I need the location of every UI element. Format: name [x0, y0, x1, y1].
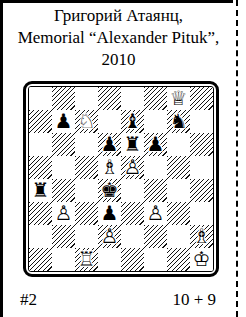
square-d7 — [98, 110, 121, 133]
square-g4 — [167, 179, 190, 202]
cell-right-dashed-border — [236, 0, 238, 317]
white-queen-g8: ♛♕ — [167, 87, 190, 110]
square-g1 — [167, 248, 190, 271]
black-knight-g7: ♞ — [167, 110, 190, 133]
square-b3: ♟♙ — [52, 202, 75, 225]
title-author: Григорий Атаянц, — [3, 5, 234, 27]
chessboard: ♛♕♟♞♘♝♞♟♜♟♝♗♟♙♜♚♟♙♟♟♙♟♙♝♗♜♖♚♔ — [29, 87, 213, 271]
square-c3 — [75, 202, 98, 225]
square-a5 — [29, 156, 52, 179]
white-king-h1: ♚♔ — [190, 248, 213, 271]
square-f1 — [144, 248, 167, 271]
square-a3 — [29, 202, 52, 225]
black-pawn-b7: ♟ — [52, 110, 75, 133]
problem-diagram-page: Григорий Атаянц, Memorial “Alexander Pit… — [0, 0, 246, 317]
square-b5 — [52, 156, 75, 179]
black-bishop-e7: ♝ — [121, 110, 144, 133]
square-c5 — [75, 156, 98, 179]
square-h7 — [190, 110, 213, 133]
square-c7: ♞♘ — [75, 110, 98, 133]
black-rook-a4: ♜ — [29, 179, 52, 202]
square-d2: ♟♙ — [98, 225, 121, 248]
square-b2 — [52, 225, 75, 248]
square-f4 — [144, 179, 167, 202]
square-f2 — [144, 225, 167, 248]
square-b1 — [52, 248, 75, 271]
stipulation-label: #2 — [20, 290, 37, 310]
black-pawn-d3: ♟ — [98, 202, 121, 225]
square-g7: ♞ — [167, 110, 190, 133]
material-count-label: 10 + 9 — [118, 290, 216, 310]
square-f7 — [144, 110, 167, 133]
square-g8: ♛♕ — [167, 87, 190, 110]
square-a6 — [29, 133, 52, 156]
square-d5: ♝♗ — [98, 156, 121, 179]
square-e4 — [121, 179, 144, 202]
white-rook-c1: ♜♖ — [75, 248, 98, 271]
square-f8 — [144, 87, 167, 110]
square-f5 — [144, 156, 167, 179]
square-a2 — [29, 225, 52, 248]
square-d1 — [98, 248, 121, 271]
square-c8 — [75, 87, 98, 110]
square-b4 — [52, 179, 75, 202]
title-event: Memorial “Alexander Pituk”, — [3, 27, 234, 49]
square-e2 — [121, 225, 144, 248]
square-g3 — [167, 202, 190, 225]
square-b6 — [52, 133, 75, 156]
white-pawn-b3: ♟♙ — [52, 202, 75, 225]
white-bishop-d5: ♝♗ — [98, 156, 121, 179]
square-h2: ♝♗ — [190, 225, 213, 248]
board-inner-frame: ♛♕♟♞♘♝♞♟♜♟♝♗♟♙♜♚♟♙♟♟♙♟♙♝♗♜♖♚♔ — [28, 86, 214, 272]
black-king-d4: ♚ — [98, 179, 121, 202]
square-c1: ♜♖ — [75, 248, 98, 271]
square-g2 — [167, 225, 190, 248]
square-h3 — [190, 202, 213, 225]
cell-top-border — [0, 0, 233, 3]
square-e8 — [121, 87, 144, 110]
title-block: Григорий Атаянц, Memorial “Alexander Pit… — [3, 5, 234, 71]
square-h5 — [190, 156, 213, 179]
square-h4 — [190, 179, 213, 202]
square-c4 — [75, 179, 98, 202]
square-h1: ♚♔ — [190, 248, 213, 271]
square-e5: ♟♙ — [121, 156, 144, 179]
square-d3: ♟ — [98, 202, 121, 225]
square-a4: ♜ — [29, 179, 52, 202]
square-c2 — [75, 225, 98, 248]
square-e7: ♝ — [121, 110, 144, 133]
white-pawn-e5: ♟♙ — [121, 156, 144, 179]
white-knight-c7: ♞♘ — [75, 110, 98, 133]
square-e1 — [121, 248, 144, 271]
black-pawn-f6: ♟ — [144, 133, 167, 156]
square-g5 — [167, 156, 190, 179]
white-bishop-h2: ♝♗ — [190, 225, 213, 248]
square-d6: ♟ — [98, 133, 121, 156]
white-pawn-f3: ♟♙ — [144, 202, 167, 225]
square-a1 — [29, 248, 52, 271]
square-g6 — [167, 133, 190, 156]
board-frame: ♛♕♟♞♘♝♞♟♜♟♝♗♟♙♜♚♟♙♟♟♙♟♙♝♗♜♖♚♔ — [23, 81, 219, 277]
square-d8 — [98, 87, 121, 110]
square-h8 — [190, 87, 213, 110]
square-b7: ♟ — [52, 110, 75, 133]
square-f3: ♟♙ — [144, 202, 167, 225]
title-year: 2010 — [3, 49, 234, 71]
square-c6 — [75, 133, 98, 156]
square-b8 — [52, 87, 75, 110]
square-h6 — [190, 133, 213, 156]
square-d4: ♚ — [98, 179, 121, 202]
square-e3 — [121, 202, 144, 225]
square-a7 — [29, 110, 52, 133]
square-a8 — [29, 87, 52, 110]
black-pawn-d6: ♟ — [98, 133, 121, 156]
square-f6: ♟ — [144, 133, 167, 156]
square-e6: ♜ — [121, 133, 144, 156]
white-pawn-d2: ♟♙ — [98, 225, 121, 248]
black-rook-e6: ♜ — [121, 133, 144, 156]
